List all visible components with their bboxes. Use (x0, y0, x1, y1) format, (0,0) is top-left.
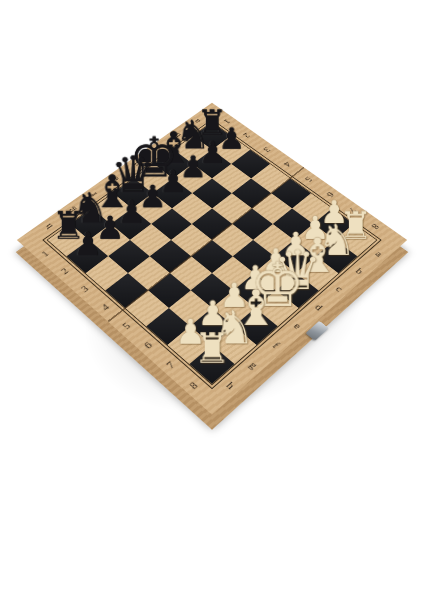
piece-white-rook-h8[interactable]: ♜ (177, 327, 247, 364)
piece-black-pawn-h2[interactable]: ♟ (55, 228, 120, 257)
white-rook-glyph: ♜ (177, 327, 247, 369)
photo-stage: 12345678 12345678 abcdefgh abcdefgh ♜♟♟♜… (0, 0, 424, 600)
black-pawn-glyph: ♟ (55, 228, 120, 260)
